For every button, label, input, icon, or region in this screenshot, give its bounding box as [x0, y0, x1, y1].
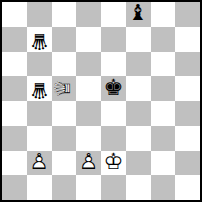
chess-board: ♝♛♛♛♕♚♟♙♟♙♚♔ — [2, 2, 200, 200]
square-b6[interactable] — [27, 52, 52, 77]
square-a5[interactable] — [2, 76, 27, 101]
piece-white-king-e2[interactable]: ♚♔ — [101, 151, 126, 176]
square-f1[interactable] — [126, 175, 151, 200]
square-f8[interactable]: ♝ — [126, 2, 151, 27]
black-queen-icon: ♛ — [27, 29, 52, 51]
white-king-icon: ♔ — [101, 151, 126, 173]
square-g1[interactable] — [151, 175, 176, 200]
piece-black-queen-b5[interactable]: ♛ — [27, 76, 52, 101]
square-e5[interactable]: ♚ — [101, 76, 126, 101]
square-h2[interactable] — [175, 151, 200, 176]
chess-diagram: ♝♛♛♛♕♚♟♙♟♙♚♔ — [0, 0, 202, 202]
piece-black-king-e5[interactable]: ♚ — [101, 76, 126, 101]
square-c2[interactable] — [52, 151, 77, 176]
square-d4[interactable] — [76, 101, 101, 126]
square-b2[interactable]: ♟♙ — [27, 151, 52, 176]
square-d3[interactable] — [76, 126, 101, 151]
square-f2[interactable] — [126, 151, 151, 176]
square-d1[interactable] — [76, 175, 101, 200]
square-b3[interactable] — [27, 126, 52, 151]
square-f7[interactable] — [126, 27, 151, 52]
square-c4[interactable] — [52, 101, 77, 126]
square-g6[interactable] — [151, 52, 176, 77]
square-f5[interactable] — [126, 76, 151, 101]
square-a8[interactable] — [2, 2, 27, 27]
square-e7[interactable] — [101, 27, 126, 52]
square-h1[interactable] — [175, 175, 200, 200]
square-g4[interactable] — [151, 101, 176, 126]
white-pawn-icon: ♙ — [76, 151, 101, 173]
square-a4[interactable] — [2, 101, 27, 126]
square-e8[interactable] — [101, 2, 126, 27]
square-h6[interactable] — [175, 52, 200, 77]
square-h7[interactable] — [175, 27, 200, 52]
square-b4[interactable] — [27, 101, 52, 126]
piece-black-bishop-f8[interactable]: ♝ — [126, 2, 151, 27]
square-b8[interactable] — [27, 2, 52, 27]
piece-white-pawn-d2[interactable]: ♟♙ — [76, 151, 101, 176]
black-bishop-icon: ♝ — [126, 2, 151, 24]
square-e6[interactable] — [101, 52, 126, 77]
square-c8[interactable] — [52, 2, 77, 27]
square-d5[interactable] — [76, 76, 101, 101]
board-frame: ♝♛♛♛♕♚♟♙♟♙♚♔ — [0, 0, 202, 202]
square-h5[interactable] — [175, 76, 200, 101]
black-king-icon: ♚ — [101, 77, 126, 99]
square-d7[interactable] — [76, 27, 101, 52]
square-c6[interactable] — [52, 52, 77, 77]
square-e1[interactable] — [101, 175, 126, 200]
square-e2[interactable]: ♚♔ — [101, 151, 126, 176]
square-f3[interactable] — [126, 126, 151, 151]
piece-white-pawn-b2[interactable]: ♟♙ — [27, 151, 52, 176]
square-a7[interactable] — [2, 27, 27, 52]
square-d8[interactable] — [76, 2, 101, 27]
square-a1[interactable] — [2, 175, 27, 200]
square-a6[interactable] — [2, 52, 27, 77]
square-a2[interactable] — [2, 151, 27, 176]
square-e3[interactable] — [101, 126, 126, 151]
square-a3[interactable] — [2, 126, 27, 151]
square-g5[interactable] — [151, 76, 176, 101]
square-c5[interactable]: ♛♕ — [52, 76, 77, 101]
square-g3[interactable] — [151, 126, 176, 151]
square-f6[interactable] — [126, 52, 151, 77]
white-pawn-icon: ♙ — [27, 151, 52, 173]
square-b5[interactable]: ♛ — [27, 76, 52, 101]
square-d6[interactable] — [76, 52, 101, 77]
square-d2[interactable]: ♟♙ — [76, 151, 101, 176]
square-c3[interactable] — [52, 126, 77, 151]
square-h4[interactable] — [175, 101, 200, 126]
square-g2[interactable] — [151, 151, 176, 176]
square-b1[interactable] — [27, 175, 52, 200]
square-g8[interactable] — [151, 2, 176, 27]
square-h8[interactable] — [175, 2, 200, 27]
square-f4[interactable] — [126, 101, 151, 126]
piece-white-queen-c5[interactable]: ♛♕ — [52, 76, 77, 101]
square-c7[interactable] — [52, 27, 77, 52]
square-e4[interactable] — [101, 101, 126, 126]
black-queen-icon: ♛ — [27, 79, 52, 101]
square-b7[interactable]: ♛ — [27, 27, 52, 52]
square-c1[interactable] — [52, 175, 77, 200]
square-g7[interactable] — [151, 27, 176, 52]
piece-black-queen-b7[interactable]: ♛ — [27, 27, 52, 52]
square-h3[interactable] — [175, 126, 200, 151]
white-queen-icon: ♕ — [52, 76, 74, 101]
